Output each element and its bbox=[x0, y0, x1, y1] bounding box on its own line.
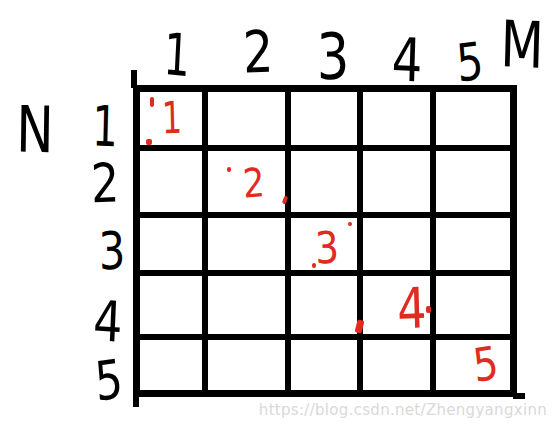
col-label-1: 1 bbox=[162, 25, 191, 85]
cell-r2c5 bbox=[433, 148, 513, 215]
cell-r5c4 bbox=[360, 337, 433, 393]
cell-r1c3 bbox=[288, 89, 360, 148]
watermark-url: https://blog.csdn.net/Zhengyangxinn bbox=[259, 401, 547, 419]
matrix-grid: 1 2 3 4 5 bbox=[133, 85, 517, 397]
cell-r3c4 bbox=[360, 215, 433, 273]
matrix-diagram: 1 2 3 4 5 M N 1 2 3 4 5 1 2 3 4 bbox=[0, 0, 559, 425]
cell-r4c1 bbox=[137, 273, 205, 337]
cell-r5c5: 5 bbox=[433, 337, 513, 393]
cell-r2c1 bbox=[137, 148, 205, 215]
row-label-4: 4 bbox=[92, 293, 124, 351]
col-label-2: 2 bbox=[242, 22, 274, 81]
cell-r5c1 bbox=[137, 337, 205, 393]
red-speck bbox=[348, 222, 352, 226]
cell-r1c2 bbox=[205, 89, 288, 148]
row-axis-label-N: N bbox=[16, 98, 54, 163]
cell-r2c3 bbox=[288, 148, 360, 215]
cell-r1c4 bbox=[360, 89, 433, 148]
col-label-4: 4 bbox=[391, 29, 423, 90]
col-label-3: 3 bbox=[316, 25, 349, 90]
cell-r4c4: 4 bbox=[360, 273, 433, 337]
cell-r3c5 bbox=[433, 215, 513, 273]
cell-r3c1 bbox=[137, 215, 205, 273]
cell-r1c5 bbox=[433, 89, 513, 148]
cell-r5c3 bbox=[288, 337, 360, 393]
red-speck bbox=[426, 306, 431, 313]
red-speck bbox=[227, 167, 231, 172]
col-axis-label-M: M bbox=[500, 12, 545, 78]
cell-r4c2 bbox=[205, 273, 288, 337]
col-label-5: 5 bbox=[455, 34, 486, 89]
red-speck bbox=[150, 97, 154, 107]
row-label-2: 2 bbox=[90, 156, 120, 211]
red-speck bbox=[312, 263, 316, 268]
cell-r3c2 bbox=[205, 215, 288, 273]
row-label-5: 5 bbox=[93, 352, 125, 409]
red-speck bbox=[146, 139, 152, 145]
cell-r2c2: 2 bbox=[205, 148, 288, 215]
row-label-3: 3 bbox=[98, 224, 126, 277]
cell-r2c4 bbox=[360, 148, 433, 215]
cell-r5c2 bbox=[205, 337, 288, 393]
cell-r4c5 bbox=[433, 273, 513, 337]
cell-r4c3 bbox=[288, 273, 360, 337]
row-label-1: 1 bbox=[91, 98, 118, 155]
